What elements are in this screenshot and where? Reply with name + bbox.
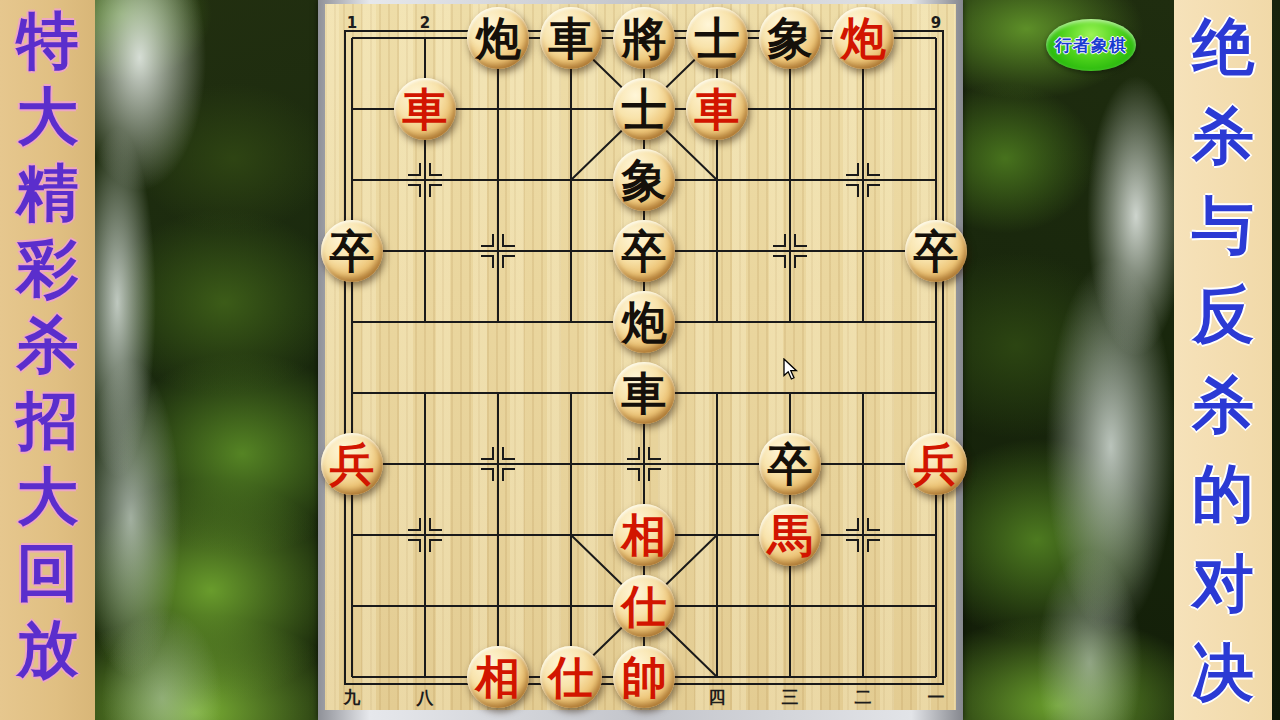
piece-black-炮[interactable]: 炮 xyxy=(467,7,529,69)
piece-red-兵[interactable]: 兵 xyxy=(321,433,383,495)
piece-black-士[interactable]: 士 xyxy=(613,78,675,140)
right-banner: 绝杀与反杀的对决 xyxy=(1174,0,1272,720)
file-label-top: 2 xyxy=(420,14,430,32)
file-label-bottom: 三 xyxy=(782,686,799,709)
banner-character: 招 xyxy=(17,390,79,452)
left-waterfall-photo xyxy=(95,0,318,720)
banner-character: 与 xyxy=(1192,195,1254,257)
app-logo-label: 行者象棋 xyxy=(1055,34,1127,57)
left-banner: 特大精彩杀招大回放 xyxy=(0,0,95,720)
piece-black-卒[interactable]: 卒 xyxy=(759,433,821,495)
file-label-bottom: 二 xyxy=(855,686,872,709)
banner-character: 特 xyxy=(17,10,79,72)
banner-character: 绝 xyxy=(1192,16,1254,78)
banner-character: 反 xyxy=(1192,284,1254,346)
banner-character: 精 xyxy=(17,162,79,224)
piece-black-炮[interactable]: 炮 xyxy=(613,291,675,353)
piece-red-馬[interactable]: 馬 xyxy=(759,504,821,566)
piece-red-相[interactable]: 相 xyxy=(613,504,675,566)
banner-character: 放 xyxy=(17,618,79,680)
banner-character: 杀 xyxy=(1192,105,1254,167)
banner-character: 杀 xyxy=(17,314,79,376)
piece-black-象[interactable]: 象 xyxy=(613,149,675,211)
file-label-bottom: 九 xyxy=(344,686,361,709)
piece-black-車[interactable]: 車 xyxy=(613,362,675,424)
piece-black-車[interactable]: 車 xyxy=(540,7,602,69)
banner-character: 回 xyxy=(17,542,79,604)
piece-black-卒[interactable]: 卒 xyxy=(905,220,967,282)
file-label-bottom: 八 xyxy=(417,686,434,709)
right-waterfall-photo xyxy=(963,0,1174,720)
piece-red-仕[interactable]: 仕 xyxy=(613,575,675,637)
piece-red-仕[interactable]: 仕 xyxy=(540,646,602,708)
piece-black-象[interactable]: 象 xyxy=(759,7,821,69)
piece-red-車[interactable]: 車 xyxy=(394,78,456,140)
file-label-bottom: 四 xyxy=(709,686,726,709)
banner-character: 杀 xyxy=(1192,374,1254,436)
screen: 特大精彩杀招大回放 123456789 九八七六五四三二一 炮車將士象炮車士車象… xyxy=(0,0,1280,720)
piece-red-車[interactable]: 車 xyxy=(686,78,748,140)
piece-black-將[interactable]: 將 xyxy=(613,7,675,69)
piece-red-相[interactable]: 相 xyxy=(467,646,529,708)
banner-character: 大 xyxy=(17,86,79,148)
file-label-top: 1 xyxy=(347,14,357,32)
board-wood: 123456789 九八七六五四三二一 炮車將士象炮車士車象卒卒卒炮車兵卒兵相馬… xyxy=(325,4,956,710)
mouse-cursor xyxy=(783,358,799,381)
app-logo-button[interactable]: 行者象棋 xyxy=(1046,19,1136,71)
banner-character: 对 xyxy=(1192,553,1254,615)
banner-character: 的 xyxy=(1192,463,1254,525)
piece-black-卒[interactable]: 卒 xyxy=(321,220,383,282)
file-label-bottom: 一 xyxy=(928,686,945,709)
banner-character: 彩 xyxy=(17,238,79,300)
file-label-top: 9 xyxy=(931,14,941,32)
piece-red-帥[interactable]: 帥 xyxy=(613,646,675,708)
piece-red-兵[interactable]: 兵 xyxy=(905,433,967,495)
banner-character: 大 xyxy=(17,466,79,528)
piece-black-士[interactable]: 士 xyxy=(686,7,748,69)
piece-black-卒[interactable]: 卒 xyxy=(613,220,675,282)
banner-character: 决 xyxy=(1192,642,1254,704)
piece-red-炮[interactable]: 炮 xyxy=(832,7,894,69)
xiangqi-board[interactable]: 123456789 九八七六五四三二一 炮車將士象炮車士車象卒卒卒炮車兵卒兵相馬… xyxy=(318,0,963,720)
